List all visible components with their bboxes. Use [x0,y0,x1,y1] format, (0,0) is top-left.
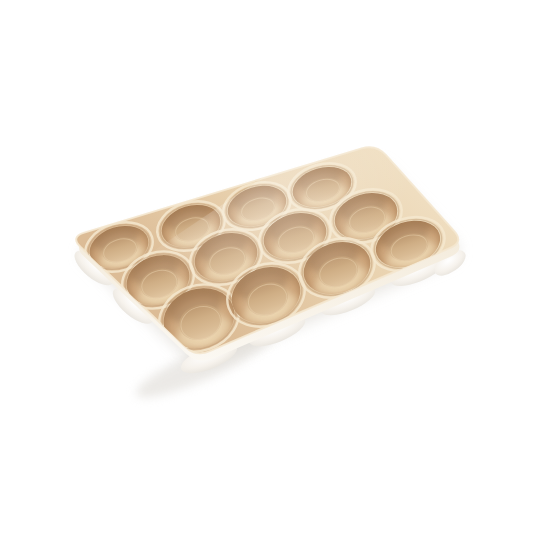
muffin-pan-illustration [0,0,533,533]
product-photo [0,0,533,533]
